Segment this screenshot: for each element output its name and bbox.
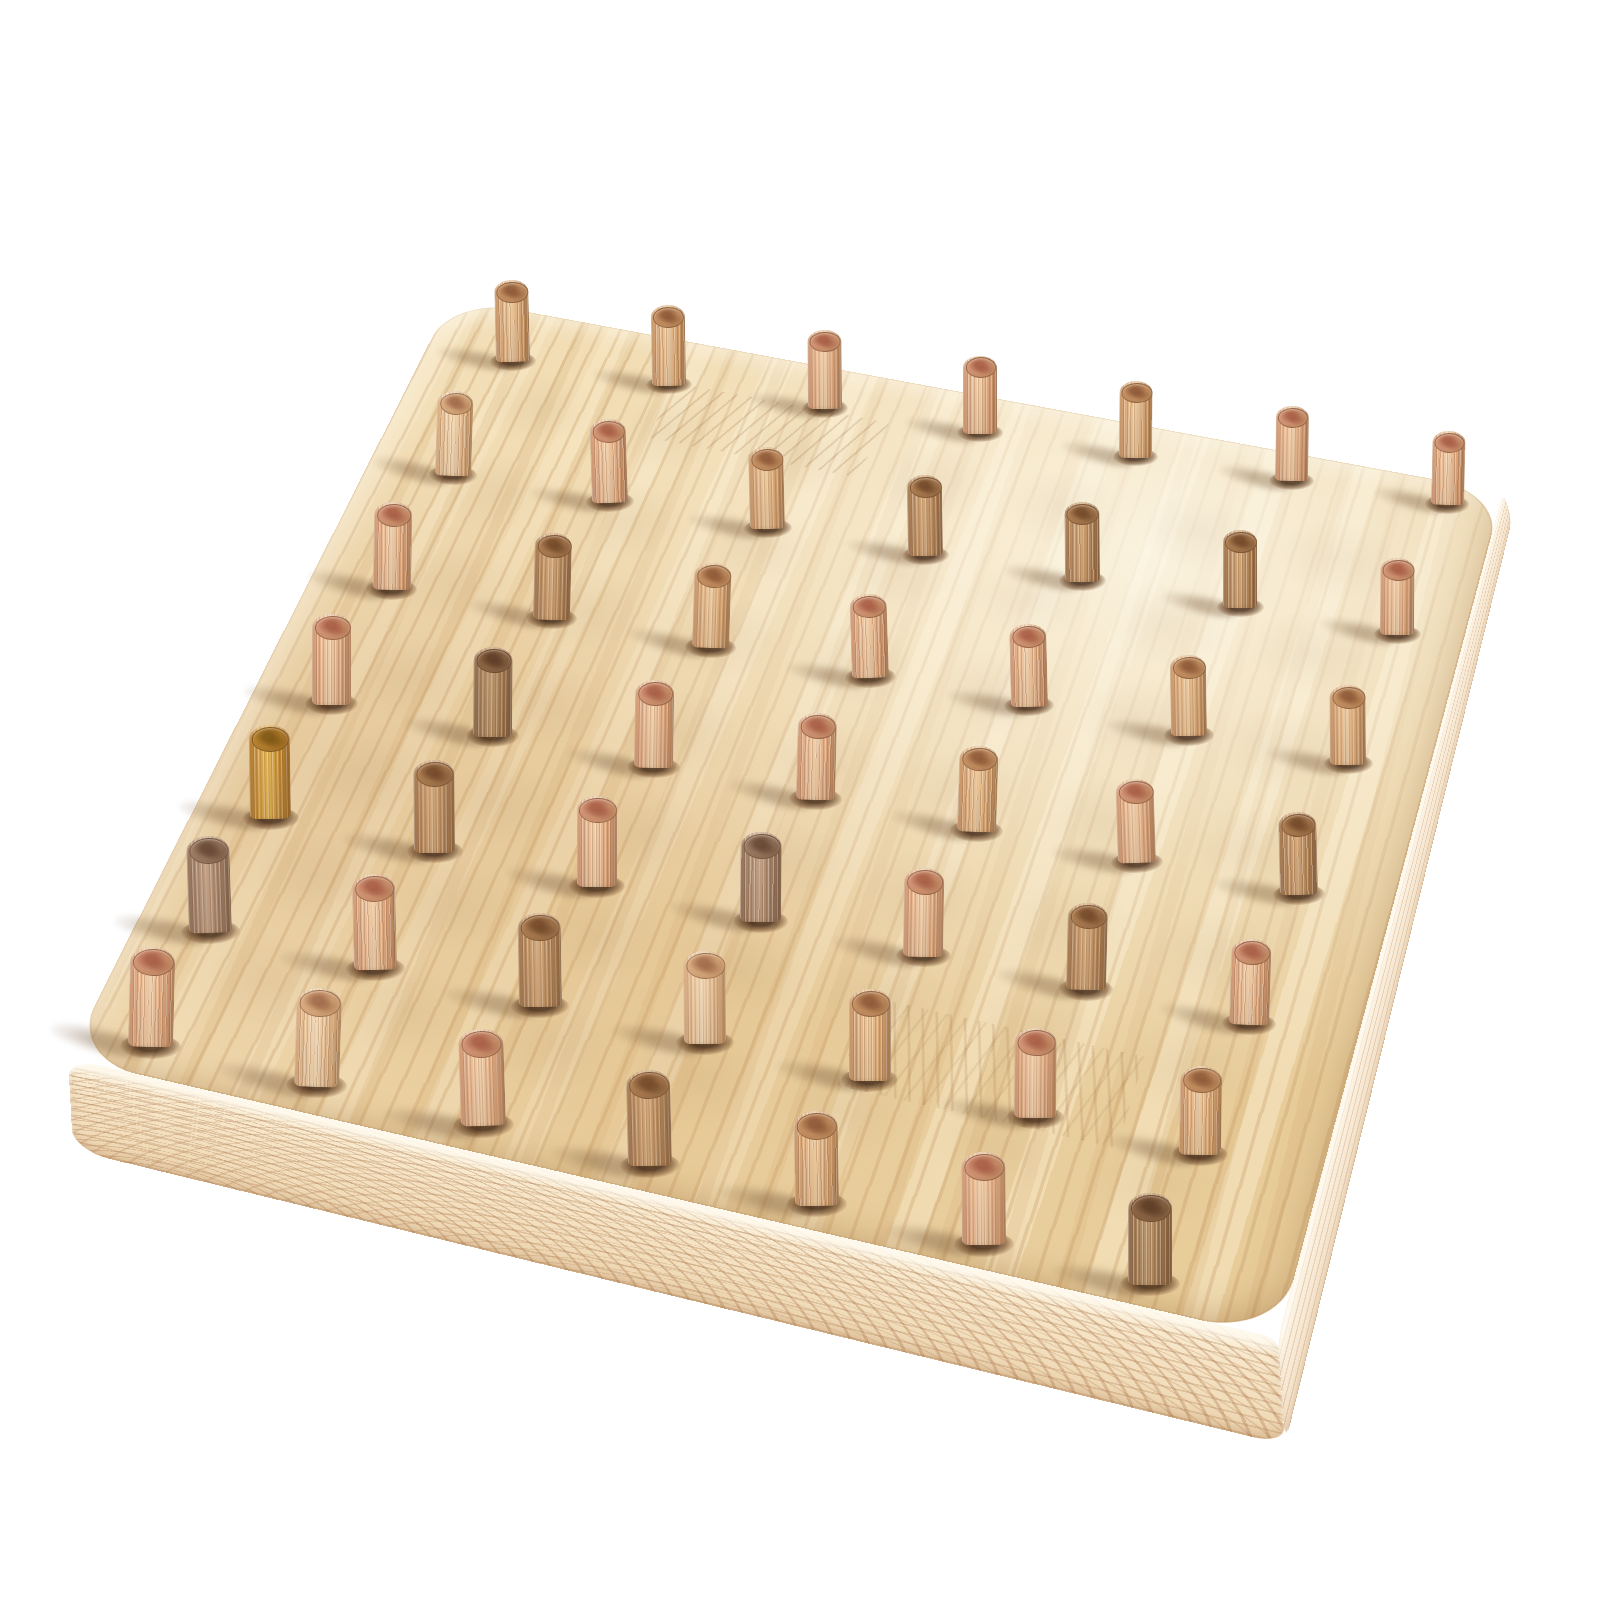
peg-top	[1131, 1195, 1170, 1221]
peg[interactable]	[903, 867, 945, 956]
peg[interactable]	[692, 563, 732, 649]
peg-top	[520, 914, 559, 940]
peg[interactable]	[517, 912, 561, 1007]
peg-top	[907, 869, 944, 894]
peg-top	[537, 534, 572, 558]
peg[interactable]	[1278, 812, 1318, 896]
peg-top	[1225, 532, 1257, 553]
peg[interactable]	[1229, 938, 1271, 1025]
peg[interactable]	[1380, 558, 1415, 635]
peg[interactable]	[740, 832, 781, 922]
peg[interactable]	[1169, 654, 1207, 736]
peg-top	[497, 281, 529, 303]
peg[interactable]	[961, 1152, 1006, 1246]
peg[interactable]	[849, 593, 889, 678]
peg-top	[852, 991, 890, 1017]
peg[interactable]	[590, 418, 628, 503]
peg[interactable]	[373, 502, 412, 591]
peg[interactable]	[793, 1111, 838, 1206]
product-photo	[0, 0, 1600, 1600]
peg[interactable]	[748, 446, 785, 529]
peg[interactable]	[1014, 1027, 1057, 1118]
peg-top	[1434, 432, 1464, 453]
peg[interactable]	[1179, 1066, 1222, 1156]
peg[interactable]	[1431, 431, 1465, 506]
peg-top	[909, 476, 942, 498]
peg[interactable]	[294, 987, 342, 1087]
peg-top	[800, 714, 836, 739]
peg[interactable]	[249, 724, 292, 819]
peg[interactable]	[577, 796, 618, 887]
peg[interactable]	[1119, 381, 1153, 458]
peg-top	[966, 357, 997, 378]
peg-top	[1172, 656, 1206, 679]
peg[interactable]	[1066, 903, 1108, 991]
peg[interactable]	[494, 280, 530, 363]
peg-top	[1383, 560, 1415, 581]
peg-top	[1332, 687, 1365, 710]
peg[interactable]	[458, 1028, 506, 1127]
peg-top	[686, 953, 725, 979]
peg[interactable]	[128, 946, 175, 1047]
pegboard	[0, 0, 1600, 1600]
peg[interactable]	[634, 679, 674, 768]
peg-top	[476, 648, 512, 672]
peg-top	[743, 834, 780, 859]
peg[interactable]	[651, 305, 686, 386]
peg-top	[315, 616, 351, 640]
peg[interactable]	[435, 391, 473, 477]
peg-top	[1017, 1030, 1055, 1056]
peg[interactable]	[626, 1070, 673, 1167]
peg-top	[638, 681, 674, 705]
peg[interactable]	[352, 874, 397, 971]
peg[interactable]	[796, 712, 837, 800]
peg[interactable]	[1329, 685, 1366, 765]
peg[interactable]	[957, 745, 998, 832]
peg[interactable]	[1128, 1193, 1172, 1285]
peg[interactable]	[906, 474, 942, 556]
peg-top	[579, 798, 616, 823]
peg[interactable]	[186, 835, 232, 933]
peg-top	[964, 1154, 1004, 1181]
peg[interactable]	[1116, 778, 1157, 863]
peg-top	[697, 565, 732, 589]
peg[interactable]	[413, 760, 455, 853]
peg[interactable]	[1009, 624, 1048, 708]
peg[interactable]	[849, 989, 891, 1081]
peg[interactable]	[1223, 530, 1258, 608]
peg-top	[796, 1113, 836, 1140]
peg[interactable]	[963, 356, 996, 434]
peg[interactable]	[312, 614, 352, 705]
peg[interactable]	[1275, 406, 1309, 482]
pegs-layer	[0, 0, 1600, 1600]
peg[interactable]	[1064, 502, 1099, 582]
peg[interactable]	[473, 646, 513, 736]
peg-top	[750, 448, 783, 471]
peg[interactable]	[683, 951, 726, 1044]
peg-top	[1122, 382, 1153, 403]
peg[interactable]	[807, 330, 841, 410]
peg[interactable]	[533, 532, 572, 620]
